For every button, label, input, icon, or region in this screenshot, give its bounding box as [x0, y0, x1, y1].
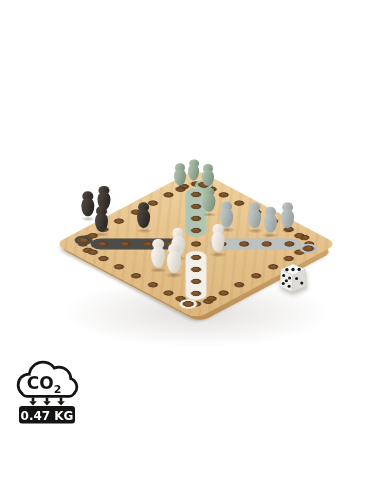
co2-cloud-icon: CO2 [20, 364, 76, 396]
peg-body [249, 209, 262, 228]
peg-body [263, 214, 276, 233]
peg-body [94, 213, 107, 232]
peg-shadow [173, 186, 187, 190]
peg-black [94, 206, 108, 235]
peg-body [138, 209, 151, 228]
peg-body [282, 209, 295, 228]
die-pip [295, 277, 298, 280]
peg-white [166, 243, 182, 276]
dice [277, 261, 309, 295]
die-pip [285, 268, 288, 271]
die-pip [288, 285, 291, 288]
peg-shadow [201, 212, 216, 217]
die-pip [300, 282, 303, 285]
peg-shadow [247, 228, 263, 233]
peg-body [151, 247, 166, 268]
peg-shadow [187, 182, 201, 186]
peg-shadow [165, 272, 183, 278]
die-pip [297, 268, 300, 271]
peg-shadow [262, 233, 278, 238]
co2-badge: CO2 0.47 KG [13, 356, 81, 424]
die-pip [288, 277, 291, 280]
peg-green [174, 163, 186, 188]
peg-black [81, 191, 94, 219]
peg-white [150, 239, 166, 271]
peg-grey [281, 202, 295, 231]
peg-grey [248, 202, 262, 231]
peg-green [202, 164, 214, 189]
peg-body [174, 169, 185, 185]
peg-shadow [93, 232, 109, 237]
product-photo-scene: CO2 0.47 KG [0, 0, 381, 492]
die-pip [291, 268, 294, 271]
peg-green [188, 160, 200, 184]
peg-body [167, 252, 182, 273]
peg-shadow [149, 267, 167, 273]
co2-weight-text: 0.47 KG [21, 409, 74, 423]
peg-body [203, 194, 215, 212]
peg-body [82, 198, 94, 216]
peg-grey [263, 207, 277, 236]
co2-arrowheads [29, 401, 65, 405]
die-pip [282, 282, 285, 285]
die-pip [285, 279, 288, 282]
peg-shadow [209, 252, 226, 257]
peg-white [211, 224, 226, 255]
co2-arrows-icon [33, 398, 61, 402]
peg-black [137, 202, 151, 231]
peg-shadow [280, 228, 296, 233]
peg-body [202, 170, 213, 186]
die-pip [282, 274, 285, 277]
peg-body [211, 232, 225, 252]
peg-shadow [136, 228, 152, 233]
peg-green [202, 188, 215, 215]
peg-body [189, 165, 200, 181]
